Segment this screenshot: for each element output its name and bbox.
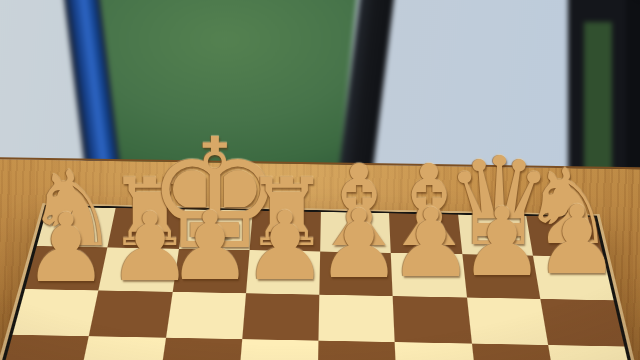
white-pawn-f2[interactable]: ♟ xyxy=(167,199,252,294)
pieces-layer: ♞♜♚♜♝♝♛♞♟♟♟♟♟♟♟♟ xyxy=(0,0,640,360)
white-pawn-b2[interactable]: ♟ xyxy=(459,195,544,290)
white-pawn-h2[interactable]: ♟ xyxy=(23,201,108,296)
white-pawn-a2[interactable]: ♟ xyxy=(534,193,619,288)
photo-scene: ♞♜♚♜♝♝♛♞♟♟♟♟♟♟♟♟ xyxy=(0,0,640,360)
white-pawn-e2[interactable]: ♟ xyxy=(242,199,327,294)
